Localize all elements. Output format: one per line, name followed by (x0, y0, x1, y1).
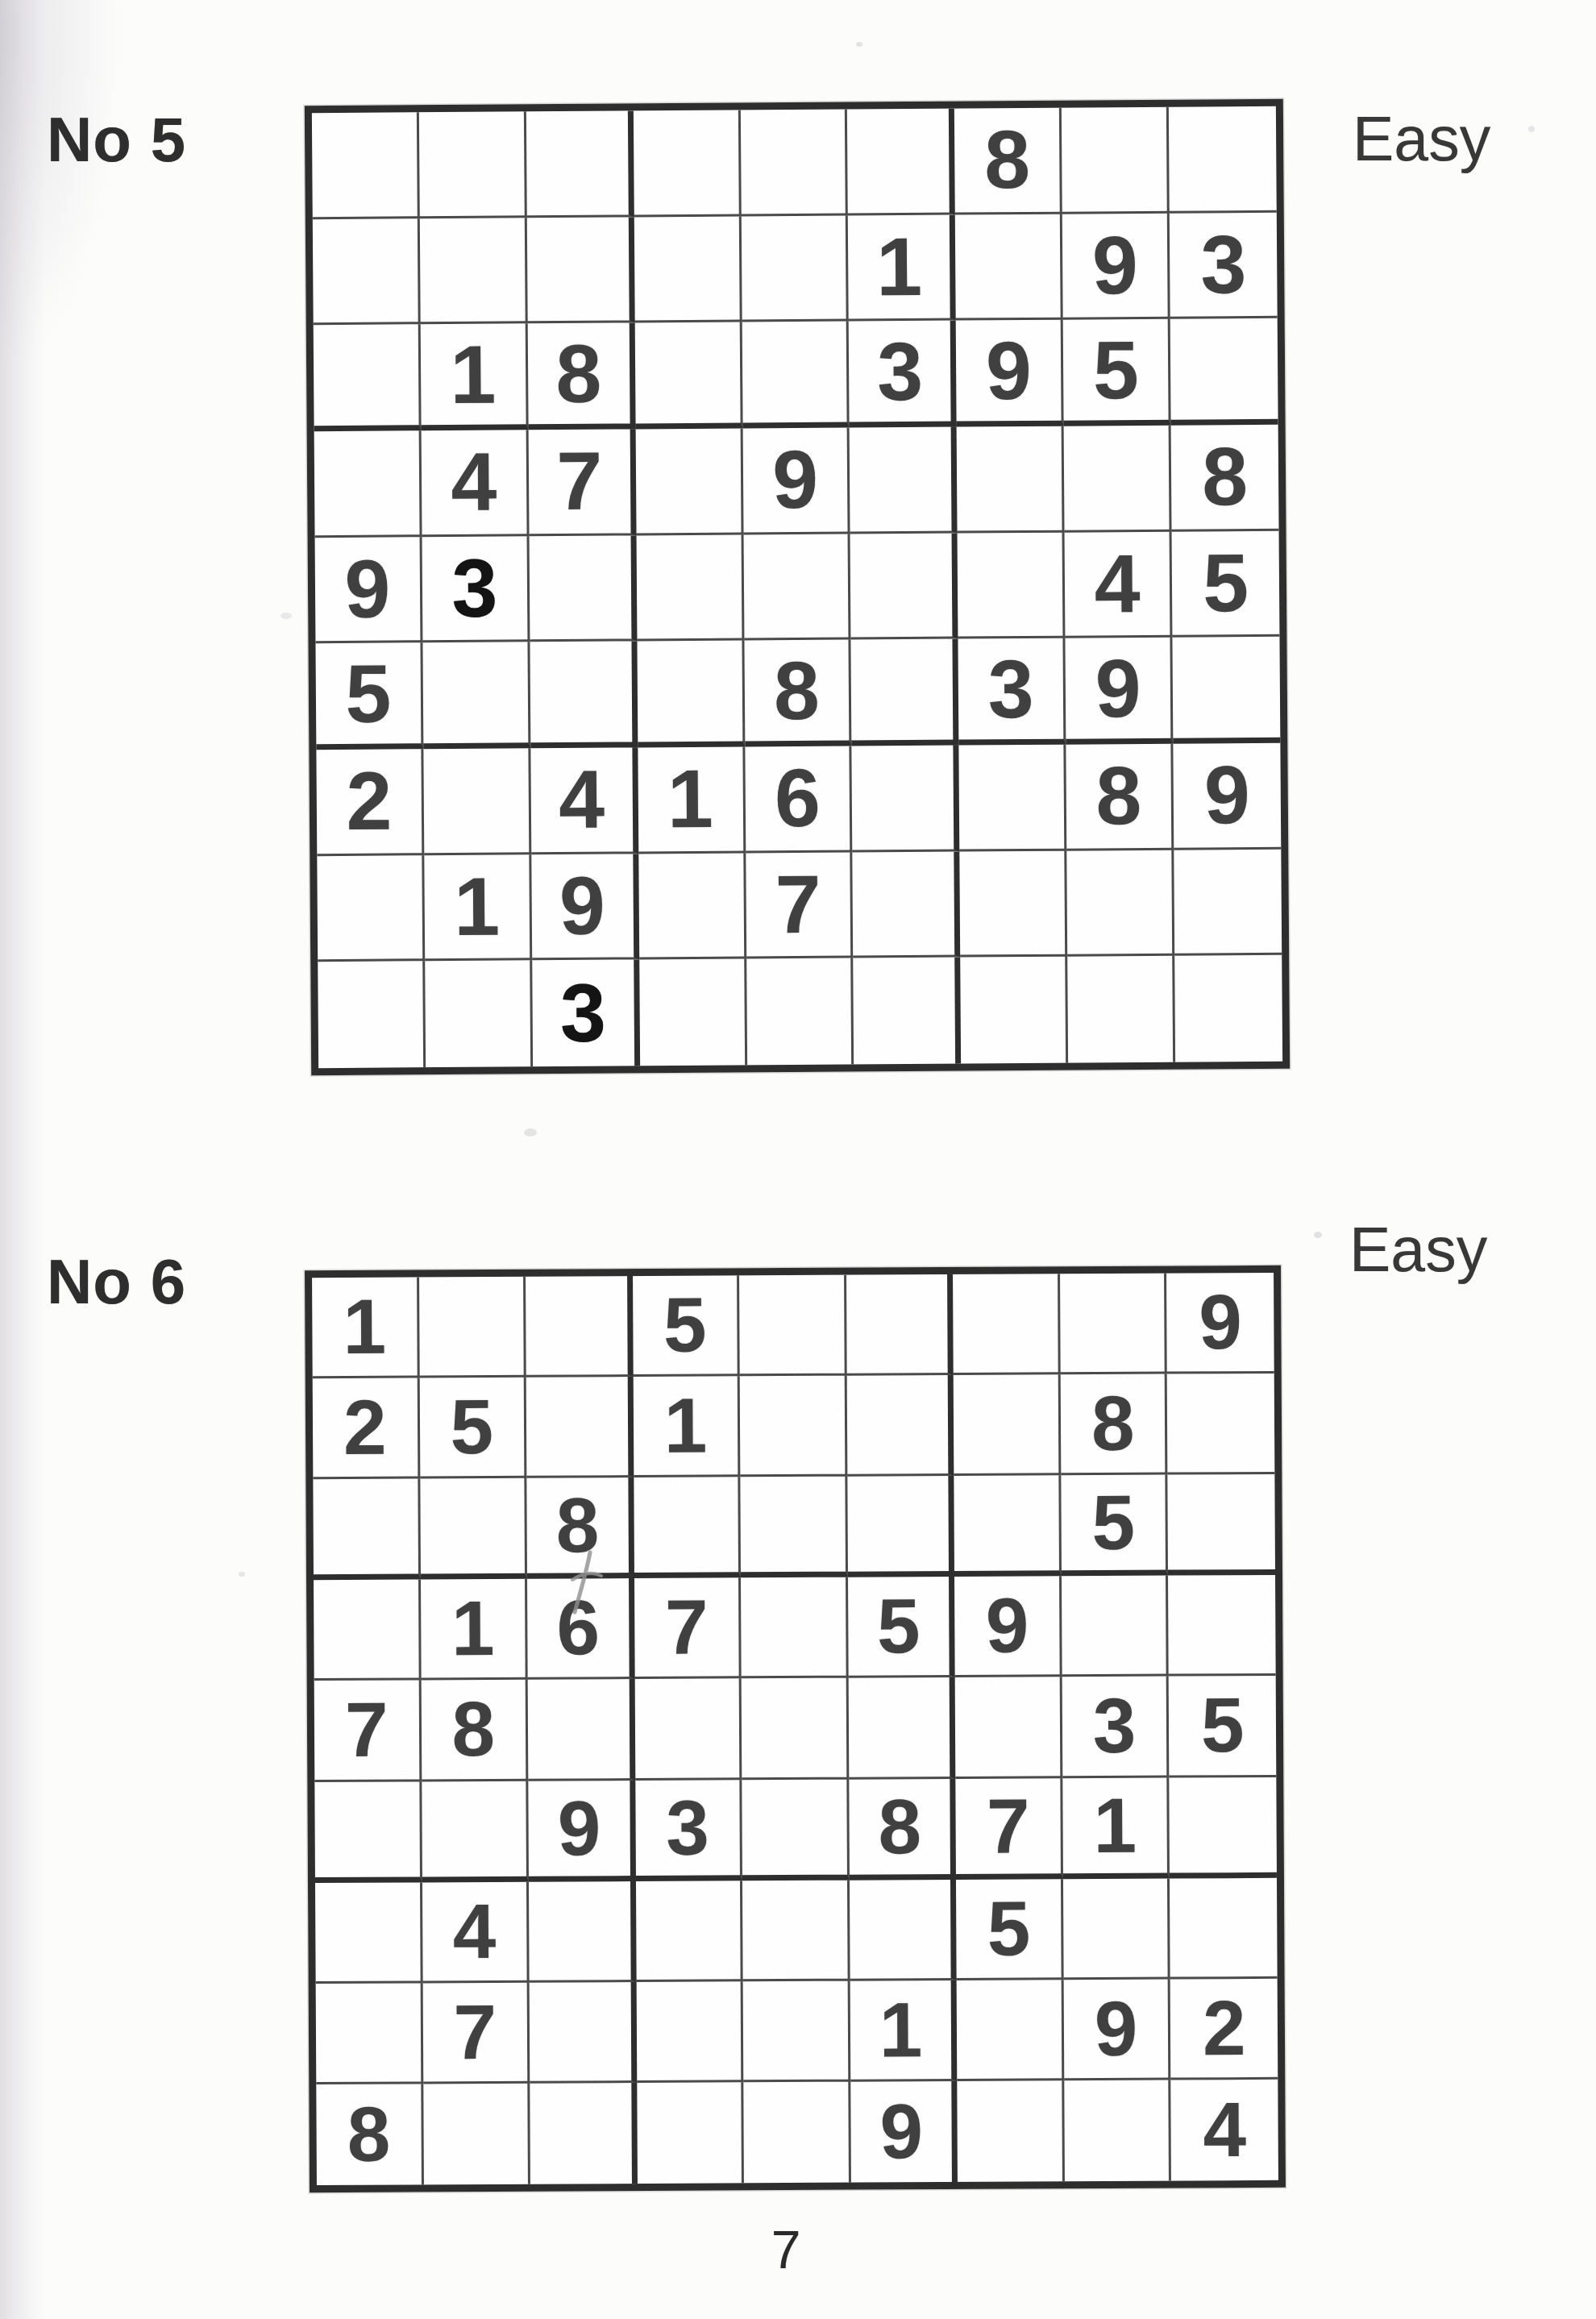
sudoku-no5-cell-r1c2 (419, 111, 527, 218)
sudoku-no6-cell-r1c4: 5 (633, 1275, 740, 1377)
sudoku-no5-cell-r6c8: 9 (1066, 638, 1174, 745)
sudoku-no6-cell-r9c6: 9 (850, 2081, 958, 2183)
sudoku-no6-cell-r8c6: 1 (850, 1980, 957, 2082)
sudoku-no6-cell-r4c1 (314, 1580, 421, 1681)
sudoku-no6-cell-r4c6: 5 (848, 1577, 955, 1678)
sudoku-no5-cell-r1c5 (740, 110, 848, 217)
sudoku-no5-cell-r2c1 (313, 218, 421, 326)
sudoku-no5-cell-r3c6: 3 (849, 321, 957, 428)
sudoku-no5-cell-r8c3: 9 (531, 854, 639, 961)
sudoku-no6-cell-r9c1: 8 (316, 2084, 423, 2185)
sudoku-no6-cell-r5c6 (848, 1677, 955, 1779)
sudoku-no6-cell-r9c9: 4 (1171, 2080, 1278, 2181)
sudoku-no6-cell-r9c8 (1064, 2080, 1171, 2181)
sudoku-no6-cell-r7c8 (1063, 1878, 1170, 1980)
puzzle-label-no6: No 6 (47, 1250, 186, 1313)
sudoku-no5-cell-r8c7 (960, 850, 1068, 958)
sudoku-no6-cell-r3c4 (634, 1477, 741, 1579)
sudoku-no5-cell-r3c9 (1170, 318, 1278, 426)
sudoku-no6-cell-r5c7 (955, 1677, 1062, 1779)
sudoku-no6-cell-r7c9 (1170, 1878, 1277, 1980)
sudoku-no6-cell-r3c9 (1168, 1474, 1275, 1576)
sudoku-no5-cell-r5c8: 4 (1065, 531, 1173, 638)
sudoku-no6-cell-r9c5 (744, 2082, 851, 2184)
sudoku-grid-no5: 8193183954798934558392416891973 (305, 99, 1290, 1075)
sudoku-no6-cell-r2c1: 2 (313, 1378, 420, 1480)
sudoku-no5-cell-r2c2 (420, 218, 528, 325)
scan-speck (281, 613, 292, 619)
sudoku-no5-cell-r7c9: 9 (1173, 743, 1281, 850)
sudoku-no6-cell-r1c3 (526, 1276, 633, 1378)
sudoku-no6-cell-r5c2: 8 (421, 1680, 528, 1781)
sudoku-no5-cell-r6c4 (637, 641, 745, 748)
sudoku-no5-cell-r4c5: 9 (742, 428, 850, 535)
sudoku-no5-cell-r3c7: 9 (956, 320, 1064, 427)
sudoku-no6-cell-r2c8: 8 (1061, 1374, 1168, 1476)
sudoku-no5-cell-r6c6 (851, 639, 959, 746)
sudoku-no5-cell-r3c3: 8 (527, 323, 635, 430)
sudoku-no6-cell-r2c5 (740, 1376, 847, 1477)
sudoku-no6-cell-r6c7: 7 (956, 1778, 1063, 1880)
sudoku-no5-cell-r7c5: 6 (745, 746, 853, 854)
sudoku-no6-cell-r7c4 (636, 1881, 743, 1982)
sudoku-no5-cell-r4c8 (1064, 426, 1172, 533)
sudoku-no5-cell-r5c7 (958, 532, 1066, 639)
sudoku-no5-cell-r5c5 (743, 534, 851, 641)
sudoku-no5-cell-r3c8: 5 (1063, 319, 1171, 426)
sudoku-no5-cell-r8c2: 1 (424, 854, 532, 962)
scan-speck (1528, 126, 1535, 132)
sudoku-no5-cell-r6c5: 8 (744, 640, 852, 747)
sudoku-no6-cell-r2c2: 5 (419, 1378, 526, 1479)
sudoku-no6-cell-r8c1 (316, 1983, 423, 2084)
sudoku-no6-cell-r2c6 (846, 1375, 954, 1477)
sudoku-no6-cell-r8c9: 2 (1170, 1979, 1278, 2080)
sudoku-no6-cell-r9c2 (423, 2084, 530, 2185)
sudoku-no6-cell-r1c8 (1060, 1274, 1167, 1375)
sudoku-no6-cell-r1c9: 9 (1166, 1273, 1274, 1374)
sudoku-no6-cell-r6c3: 9 (528, 1781, 635, 1882)
sudoku-no5-cell-r5c4 (636, 534, 744, 642)
sudoku-no5-cell-r5c2: 3 (422, 536, 530, 643)
sudoku-no5-cell-r9c3: 3 (532, 960, 640, 1067)
sudoku-no5-cell-r1c4 (634, 110, 742, 217)
sudoku-no6-cell-r8c4 (636, 1981, 743, 2083)
sudoku-no6-cell-r7c5 (742, 1880, 850, 1981)
sudoku-no5-cell-r5c6 (850, 533, 958, 640)
sudoku-no5-cell-r9c2 (425, 961, 533, 1068)
sudoku-no6-cell-r5c9: 5 (1169, 1676, 1276, 1777)
sudoku-no5-cell-r2c5 (741, 215, 849, 322)
sudoku-no5-cell-r3c5 (742, 322, 850, 429)
sudoku-no6-cell-r9c4 (637, 2082, 744, 2184)
sudoku-no5-cell-r6c2 (422, 642, 530, 750)
sudoku-no6-cell-r6c8: 1 (1062, 1777, 1170, 1879)
sudoku-no5-cell-r4c6 (850, 427, 958, 534)
sudoku-no5-cell-r7c8: 8 (1066, 744, 1174, 851)
sudoku-no5-cell-r9c5 (746, 958, 854, 1066)
scan-speck (239, 1572, 245, 1577)
sudoku-no5-cell-r1c3 (526, 110, 634, 218)
sudoku-no6-cell-r7c2: 4 (422, 1881, 530, 1983)
sudoku-no5-cell-r4c7 (957, 426, 1065, 534)
sudoku-no5-cell-r8c4 (638, 853, 746, 960)
sudoku-no5-cell-r2c7 (955, 214, 1063, 321)
sudoku-no6-cell-r1c6 (846, 1274, 954, 1376)
sudoku-no5-cell-r2c4 (634, 216, 742, 323)
sudoku-no5-cell-r9c4 (639, 959, 747, 1066)
sudoku-no6-cell-r4c4: 7 (634, 1578, 742, 1680)
puzzle-label-no5: No 5 (47, 108, 186, 171)
sudoku-no5-cell-r3c2: 1 (421, 324, 529, 431)
sudoku-no5-cell-r1c6 (847, 109, 955, 216)
sudoku-no6-cell-r1c5 (739, 1275, 846, 1377)
sudoku-no5-cell-r2c3 (527, 217, 635, 324)
sudoku-no6-cell-r5c4 (634, 1679, 742, 1781)
sudoku-no5-cell-r6c3 (530, 642, 638, 749)
sudoku-no5-cell-r1c7: 8 (954, 108, 1062, 215)
sudoku-no6-cell-r4c7: 9 (954, 1577, 1062, 1678)
sudoku-no6-cell-r4c9 (1168, 1575, 1275, 1677)
sudoku-no6-cell-r5c1: 7 (314, 1681, 422, 1782)
sudoku-no6-cell-r7c3 (529, 1881, 636, 1983)
sudoku-no5-cell-r4c1 (314, 430, 422, 538)
sudoku-no6-cell-r6c9 (1170, 1777, 1277, 1878)
sudoku-no6-cell-r4c2: 1 (421, 1579, 528, 1681)
sudoku-no6-cell-r5c5 (742, 1678, 849, 1780)
sudoku-no5-cell-r7c3: 4 (530, 747, 638, 854)
sudoku-no6-cell-r3c1 (313, 1479, 420, 1581)
sudoku-no5-cell-r7c7 (959, 745, 1067, 852)
sudoku-no6-cell-r4c3: 6 (527, 1578, 634, 1680)
sudoku-no5-cell-r9c9 (1174, 955, 1282, 1062)
difficulty-label-no6: Easy (1349, 1219, 1487, 1281)
sudoku-no6-cell-r4c5 (741, 1577, 848, 1679)
sudoku-no6-cell-r1c2 (419, 1277, 526, 1378)
sudoku-no6-cell-r2c7 (954, 1374, 1061, 1476)
sudoku-no6-cell-r1c7 (953, 1274, 1060, 1375)
sudoku-no6-cell-r8c3 (530, 1982, 637, 2084)
scan-speck (1314, 1232, 1322, 1238)
sudoku-no5-cell-r7c1: 2 (316, 749, 424, 856)
sudoku-no5-cell-r9c1 (318, 962, 426, 1069)
sudoku-no5-cell-r8c5: 7 (746, 852, 854, 959)
sudoku-no6-cell-r8c8: 9 (1064, 1979, 1171, 2080)
sudoku-no6-cell-r3c5 (741, 1477, 848, 1578)
sudoku-no5-cell-r5c3 (529, 535, 637, 642)
sudoku-no5-cell-r5c9: 5 (1172, 530, 1280, 638)
sudoku-no6-cell-r8c5 (743, 1980, 850, 2082)
sudoku-no6-cell-r6c6: 8 (849, 1779, 956, 1881)
sudoku-no6-cell-r6c1 (314, 1781, 422, 1883)
sudoku-no6-cell-r2c9 (1167, 1374, 1274, 1475)
sudoku-no6-cell-r2c3 (526, 1377, 634, 1478)
sudoku-no6-cell-r1c1: 1 (312, 1277, 419, 1378)
sudoku-no5-cell-r4c4 (635, 428, 743, 535)
sudoku-no5-cell-r7c2 (423, 748, 531, 855)
sudoku-no5-cell-r4c9: 8 (1171, 425, 1279, 532)
sudoku-no6-cell-r3c6 (847, 1476, 954, 1577)
sudoku-no5-cell-r1c1 (312, 112, 420, 219)
sudoku-no5-cell-r3c4 (634, 322, 742, 430)
sudoku-no5-cell-r6c7: 3 (958, 638, 1066, 746)
sudoku-no5-cell-r8c9 (1174, 849, 1282, 956)
sudoku-no5-cell-r9c8 (1067, 956, 1175, 1063)
scanned-sudoku-page: { "game": "sudoku", "page": { "number": … (0, 0, 1596, 2319)
sudoku-no5-cell-r7c6 (852, 746, 960, 853)
sudoku-no6-cell-r3c7 (954, 1475, 1062, 1577)
scan-left-edge-shadow (0, 0, 45, 2319)
sudoku-no5-cell-r2c9: 3 (1170, 212, 1278, 319)
sudoku-no6-cell-r6c2 (422, 1781, 529, 1882)
page-number: 7 (0, 2223, 1572, 2276)
sudoku-no6-cell-r3c8: 5 (1061, 1475, 1168, 1577)
difficulty-label-no5: Easy (1353, 108, 1490, 170)
sudoku-no6-cell-r9c7 (958, 2080, 1065, 2182)
scan-speck (524, 1128, 537, 1137)
scan-corner-shadow (0, 0, 121, 371)
scan-speck (856, 42, 862, 47)
sudoku-no5-cell-r2c6: 1 (848, 214, 956, 322)
sudoku-no5-cell-r6c9 (1173, 637, 1281, 744)
sudoku-no5-cell-r4c2: 4 (422, 430, 530, 537)
sudoku-no5-cell-r2c8: 9 (1062, 213, 1170, 320)
sudoku-no5-cell-r9c7 (961, 957, 1069, 1064)
sudoku-no6-cell-r4c8 (1062, 1576, 1169, 1677)
sudoku-no6-cell-r5c3 (528, 1679, 635, 1781)
sudoku-no6-cell-r8c7 (957, 1980, 1064, 2081)
sudoku-no6-cell-r6c5 (742, 1779, 850, 1881)
sudoku-no5-cell-r8c8 (1067, 850, 1175, 957)
sudoku-no6-cell-r2c4: 1 (633, 1376, 740, 1477)
sudoku-no5-cell-r3c1 (314, 325, 422, 432)
sudoku-no5-cell-r5c1: 9 (315, 537, 423, 644)
sudoku-no6-cell-r7c1 (315, 1882, 422, 1984)
sudoku-no6-cell-r6c4: 3 (635, 1780, 742, 1881)
sudoku-no5-cell-r8c6 (853, 851, 961, 958)
sudoku-no5-cell-r7c4: 1 (638, 746, 746, 854)
sudoku-no5-cell-r8c1 (317, 855, 425, 962)
sudoku-no5-cell-r1c8 (1062, 107, 1170, 214)
sudoku-no5-cell-r4c3: 7 (528, 429, 636, 536)
sudoku-no6-cell-r3c2 (420, 1478, 527, 1580)
sudoku-no6-cell-r5c8: 3 (1062, 1677, 1170, 1778)
sudoku-no6-cell-r7c6 (850, 1880, 957, 1981)
sudoku-no5-cell-r6c1: 5 (315, 643, 423, 750)
sudoku-no6-cell-r8c2: 7 (422, 1982, 530, 2084)
sudoku-no6-cell-r7c7: 5 (956, 1879, 1063, 1980)
sudoku-no6-cell-r3c3: 8 (526, 1477, 634, 1579)
sudoku-no5-cell-r9c6 (854, 958, 962, 1065)
sudoku-grid-no6: 15925188516759783593871457192894 (305, 1265, 1286, 2192)
sudoku-no5-cell-r1c9 (1169, 106, 1277, 214)
sudoku-no6-cell-r9c3 (530, 2083, 637, 2184)
